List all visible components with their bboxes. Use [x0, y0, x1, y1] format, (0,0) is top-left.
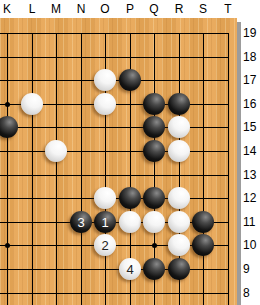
move-number: 2 — [101, 239, 108, 252]
column-label: L — [29, 2, 36, 16]
row-labels-bar: 1918171615141312111098 — [241, 0, 260, 305]
black-stone[interactable] — [143, 258, 165, 280]
black-stone[interactable] — [192, 211, 214, 233]
white-stone[interactable] — [143, 211, 165, 233]
column-label: P — [126, 2, 134, 16]
black-stone[interactable] — [192, 234, 214, 256]
row-label: 19 — [243, 25, 256, 41]
white-stone[interactable] — [168, 116, 190, 138]
white-stone[interactable] — [168, 187, 190, 209]
black-stone[interactable]: 1 — [94, 211, 116, 233]
grid-hline — [0, 127, 229, 128]
go-diagram: 3124 KLMNOPQRST 1918171615141312111098 — [0, 0, 260, 305]
grid-hline — [0, 293, 229, 294]
white-stone[interactable] — [45, 140, 67, 162]
row-label: 16 — [243, 96, 256, 112]
grid-hline — [0, 151, 229, 152]
move-number: 1 — [101, 216, 108, 229]
row-label: 8 — [243, 285, 250, 301]
grid-hline — [0, 269, 229, 270]
go-board[interactable]: 3124 — [0, 18, 237, 305]
grid-vline — [7, 33, 8, 305]
move-number: 3 — [77, 216, 84, 229]
grid-vline — [32, 33, 33, 305]
black-stone[interactable] — [0, 116, 18, 138]
star-point — [152, 243, 157, 248]
black-stone[interactable] — [143, 140, 165, 162]
black-stone[interactable] — [143, 116, 165, 138]
column-label: Q — [149, 2, 158, 16]
white-stone[interactable] — [168, 234, 190, 256]
white-stone[interactable] — [94, 187, 116, 209]
grid-vline — [203, 33, 204, 305]
black-stone[interactable]: 3 — [70, 211, 92, 233]
column-label: O — [100, 2, 109, 16]
white-stone[interactable]: 2 — [94, 234, 116, 256]
white-stone[interactable] — [21, 93, 43, 115]
white-stone[interactable] — [119, 211, 141, 233]
move-number: 4 — [126, 263, 133, 276]
row-label: 10 — [243, 237, 256, 253]
column-label: N — [77, 2, 86, 16]
white-stone[interactable] — [168, 211, 190, 233]
white-stone[interactable] — [94, 69, 116, 91]
black-stone[interactable] — [119, 69, 141, 91]
column-labels-bar: KLMNOPQRST — [0, 0, 260, 18]
row-label: 17 — [243, 72, 256, 88]
row-label: 15 — [243, 119, 256, 135]
black-stone[interactable] — [143, 93, 165, 115]
row-label: 13 — [243, 167, 256, 183]
row-label: 9 — [243, 261, 250, 277]
black-stone[interactable] — [168, 93, 190, 115]
column-label: S — [199, 2, 207, 16]
grid-hline — [0, 175, 229, 176]
grid-hline — [0, 57, 229, 58]
row-label: 14 — [243, 143, 256, 159]
column-label: R — [175, 2, 184, 16]
black-stone[interactable] — [168, 258, 190, 280]
column-label: T — [224, 2, 231, 16]
row-label: 11 — [243, 214, 255, 230]
white-stone[interactable] — [94, 93, 116, 115]
row-label: 18 — [243, 49, 256, 65]
grid-vline — [228, 33, 229, 305]
row-label: 12 — [243, 190, 256, 206]
white-stone[interactable]: 4 — [119, 258, 141, 280]
black-stone[interactable] — [119, 187, 141, 209]
grid-vline — [81, 33, 82, 305]
star-point — [5, 243, 10, 248]
star-point — [5, 102, 10, 107]
white-stone[interactable] — [168, 140, 190, 162]
black-stone[interactable] — [143, 187, 165, 209]
column-label: K — [3, 2, 11, 16]
grid-hline — [0, 33, 229, 34]
column-label: M — [51, 2, 61, 16]
grid-vline — [56, 33, 57, 305]
